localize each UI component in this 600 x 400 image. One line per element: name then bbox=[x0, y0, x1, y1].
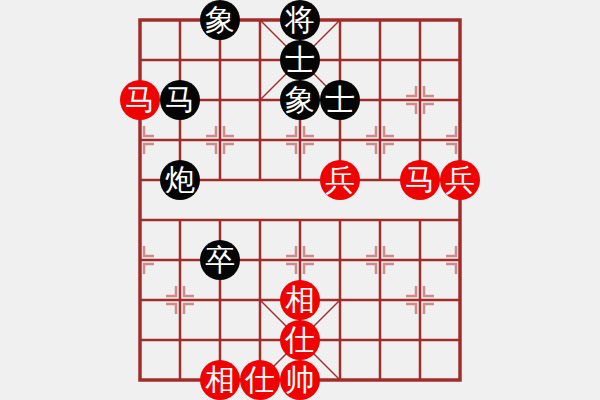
piece-black-advisor[interactable]: 士 bbox=[320, 80, 360, 120]
piece-glyph: 卒 bbox=[205, 240, 235, 280]
piece-red-horse[interactable]: 马 bbox=[120, 80, 160, 120]
piece-glyph: 相 bbox=[285, 280, 315, 320]
piece-red-elephant[interactable]: 相 bbox=[200, 360, 240, 400]
piece-glyph: 兵 bbox=[325, 160, 355, 200]
screen: 象将士马马象士炮兵马兵卒相仕相仕帅 bbox=[0, 0, 600, 400]
piece-grid: 象将士马马象士炮兵马兵卒相仕相仕帅 bbox=[120, 0, 480, 400]
piece-glyph: 兵 bbox=[445, 160, 475, 200]
piece-red-elephant[interactable]: 相 bbox=[280, 280, 320, 320]
piece-red-advisor[interactable]: 仕 bbox=[240, 360, 280, 400]
piece-glyph: 马 bbox=[125, 80, 155, 120]
piece-glyph: 仕 bbox=[245, 360, 275, 400]
piece-black-cannon[interactable]: 炮 bbox=[160, 160, 200, 200]
piece-glyph: 士 bbox=[285, 40, 315, 80]
piece-red-soldier[interactable]: 兵 bbox=[320, 160, 360, 200]
piece-glyph: 帅 bbox=[285, 360, 315, 400]
piece-red-advisor[interactable]: 仕 bbox=[280, 320, 320, 360]
piece-black-soldier[interactable]: 卒 bbox=[200, 240, 240, 280]
piece-red-horse[interactable]: 马 bbox=[400, 160, 440, 200]
piece-glyph: 相 bbox=[205, 360, 235, 400]
piece-black-general[interactable]: 将 bbox=[280, 0, 320, 40]
piece-red-king[interactable]: 帅 bbox=[280, 360, 320, 400]
piece-black-horse[interactable]: 马 bbox=[160, 80, 200, 120]
piece-black-elephant[interactable]: 象 bbox=[280, 80, 320, 120]
piece-glyph: 炮 bbox=[165, 160, 195, 200]
piece-red-soldier[interactable]: 兵 bbox=[440, 160, 480, 200]
piece-glyph: 象 bbox=[285, 80, 315, 120]
piece-glyph: 马 bbox=[405, 160, 435, 200]
piece-glyph: 象 bbox=[205, 0, 235, 40]
piece-glyph: 马 bbox=[165, 80, 195, 120]
piece-glyph: 仕 bbox=[285, 320, 315, 360]
piece-glyph: 将 bbox=[285, 0, 315, 40]
xiangqi-board: 象将士马马象士炮兵马兵卒相仕相仕帅 bbox=[120, 0, 480, 400]
piece-black-elephant[interactable]: 象 bbox=[200, 0, 240, 40]
piece-black-advisor[interactable]: 士 bbox=[280, 40, 320, 80]
piece-glyph: 士 bbox=[325, 80, 355, 120]
